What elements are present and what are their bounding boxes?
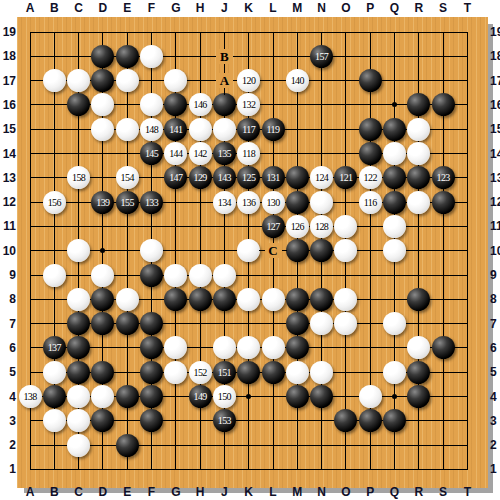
stone-move-150-J4[interactable]: 150 [213,385,236,408]
stone-white-E8[interactable] [116,288,139,311]
stone-white-J15[interactable] [213,118,236,141]
col-label-top-L: L [264,1,282,15]
stone-black-Q15[interactable] [383,118,406,141]
row-label-left-16: 16 [0,98,16,112]
stone-move-128-N11[interactable]: 128 [310,215,333,238]
stone-black-F5[interactable] [140,361,163,384]
grid-line-h [30,445,468,446]
col-label-bottom-T: T [458,485,476,499]
col-label-top-G: G [167,1,185,15]
col-label-top-S: S [434,1,452,15]
row-label-left-18: 18 [0,49,16,63]
stone-white-K8[interactable] [237,288,260,311]
variation-dash [259,250,264,251]
variation-dash [224,90,225,95]
mark-A-J17[interactable]: A [216,73,233,88]
col-label-top-B: B [45,1,63,15]
stone-white-R12[interactable] [407,191,430,214]
col-label-bottom-F: F [143,485,161,499]
stone-black-Q12[interactable] [383,191,406,214]
stone-black-P14[interactable] [359,142,382,165]
stone-white-P4[interactable] [359,385,382,408]
row-label-right-14: 14 [490,147,500,161]
stone-move-139-D12[interactable]: 139 [91,191,114,214]
stone-move-152-H5[interactable]: 152 [189,361,212,384]
stone-move-148-F15[interactable]: 148 [140,118,163,141]
stone-black-E18[interactable] [116,45,139,68]
stone-move-129-H13[interactable]: 129 [189,166,212,189]
stone-black-G8[interactable] [164,288,187,311]
col-label-bottom-G: G [167,485,185,499]
stone-black-H8[interactable] [189,288,212,311]
stone-white-C8[interactable] [67,288,90,311]
go-diagram-page: AABBCCDDEEFFGGHHJJKKLLMMNNOOPPQQRRSSTT19… [0,0,500,500]
stone-move-131-L13[interactable]: 131 [262,166,285,189]
row-label-right-17: 17 [490,74,500,88]
row-label-right-6: 6 [490,341,500,355]
row-label-right-15: 15 [490,122,500,136]
stone-move-126-M11[interactable]: 126 [286,215,309,238]
stone-black-S6[interactable] [432,336,455,359]
stone-white-J9[interactable] [213,264,236,287]
row-label-left-7: 7 [0,317,16,331]
stone-black-L5[interactable] [262,361,285,384]
stone-black-S16[interactable] [432,93,455,116]
row-label-left-17: 17 [0,74,16,88]
stone-white-L8[interactable] [262,288,285,311]
row-label-left-5: 5 [0,365,16,379]
col-label-bottom-B: B [45,485,63,499]
stone-move-135-J14[interactable]: 135 [213,142,236,165]
stone-black-C5[interactable] [67,361,90,384]
stone-white-Q14[interactable] [383,142,406,165]
stone-white-B9[interactable] [43,264,66,287]
stone-white-Q7[interactable] [383,312,406,335]
stone-black-N4[interactable] [310,385,333,408]
stone-black-J8[interactable] [213,288,236,311]
stone-black-F4[interactable] [140,385,163,408]
stone-black-M12[interactable] [286,191,309,214]
stone-black-P3[interactable] [359,409,382,432]
stone-black-F9[interactable] [140,264,163,287]
stone-move-155-E12[interactable]: 155 [116,191,139,214]
stone-black-S12[interactable] [432,191,455,214]
stone-white-D9[interactable] [91,264,114,287]
variation-dash [282,250,287,251]
row-label-right-12: 12 [490,195,500,209]
col-label-bottom-S: S [434,485,452,499]
stone-black-P17[interactable] [359,69,382,92]
row-label-right-13: 13 [490,171,500,185]
col-label-bottom-K: K [240,485,258,499]
stone-black-M10[interactable] [286,239,309,262]
row-label-right-10: 10 [490,244,500,258]
row-label-left-15: 15 [0,122,16,136]
row-label-left-2: 2 [0,438,16,452]
row-label-right-8: 8 [490,292,500,306]
stone-move-123-S13[interactable]: 123 [432,166,455,189]
stone-white-B3[interactable] [43,409,66,432]
row-label-right-11: 11 [490,219,500,233]
col-label-top-H: H [191,1,209,15]
stone-white-B17[interactable] [43,69,66,92]
col-label-bottom-D: D [94,485,112,499]
col-label-bottom-H: H [191,485,209,499]
col-label-bottom-A: A [21,485,39,499]
stone-black-D5[interactable] [91,361,114,384]
row-label-left-14: 14 [0,147,16,161]
stone-white-H9[interactable] [189,264,212,287]
col-label-top-A: A [21,1,39,15]
stone-white-D15[interactable] [91,118,114,141]
row-label-right-5: 5 [490,365,500,379]
stone-white-Q11[interactable] [383,215,406,238]
stone-black-K5[interactable] [237,361,260,384]
stone-white-H15[interactable] [189,118,212,141]
row-label-left-10: 10 [0,244,16,258]
row-label-right-4: 4 [490,390,500,404]
col-label-bottom-N: N [313,485,331,499]
col-label-bottom-Q: Q [386,485,404,499]
stone-white-C2[interactable] [67,434,90,457]
col-label-top-Q: Q [386,1,404,15]
row-label-right-7: 7 [490,317,500,331]
stone-move-119-L15[interactable]: 119 [262,118,285,141]
row-label-left-8: 8 [0,292,16,306]
row-label-right-1: 1 [490,462,500,476]
col-label-top-D: D [94,1,112,15]
stone-move-157-N18[interactable]: 157 [310,45,333,68]
col-label-top-O: O [337,1,355,15]
grid-line-v [467,32,468,470]
stone-black-E4[interactable] [116,385,139,408]
stone-white-F18[interactable] [140,45,163,68]
stone-white-G5[interactable] [164,361,187,384]
col-label-top-E: E [118,1,136,15]
col-label-top-J: J [215,1,233,15]
col-label-top-N: N [313,1,331,15]
stone-black-E2[interactable] [116,434,139,457]
row-label-left-11: 11 [0,219,16,233]
stone-black-P15[interactable] [359,118,382,141]
col-label-top-T: T [458,1,476,15]
stone-black-E7[interactable] [116,312,139,335]
stone-black-M8[interactable] [286,288,309,311]
stone-black-R5[interactable] [407,361,430,384]
col-label-top-P: P [361,1,379,15]
col-label-top-K: K [240,1,258,15]
row-label-left-6: 6 [0,341,16,355]
stone-move-134-J12[interactable]: 134 [213,191,236,214]
col-label-bottom-O: O [337,485,355,499]
stone-white-L6[interactable] [262,336,285,359]
stone-move-146-H16[interactable]: 146 [189,93,212,116]
col-label-bottom-P: P [361,485,379,499]
col-label-bottom-M: M [288,485,306,499]
row-label-left-3: 3 [0,414,16,428]
row-label-right-18: 18 [490,49,500,63]
stone-black-R8[interactable] [407,288,430,311]
stone-black-M7[interactable] [286,312,309,335]
stone-move-145-F14[interactable]: 145 [140,142,163,165]
stone-white-R15[interactable] [407,118,430,141]
row-label-left-1: 1 [0,462,16,476]
col-label-bottom-J: J [215,485,233,499]
stone-move-149-H4[interactable]: 149 [189,385,212,408]
col-label-bottom-R: R [410,485,428,499]
stone-white-E17[interactable] [116,69,139,92]
row-label-left-9: 9 [0,268,16,282]
stone-move-151-J5[interactable]: 151 [213,361,236,384]
col-label-top-F: F [143,1,161,15]
star-point [392,394,397,399]
col-label-bottom-C: C [70,485,88,499]
stone-white-B5[interactable] [43,361,66,384]
row-label-left-13: 13 [0,171,16,185]
col-label-bottom-E: E [118,485,136,499]
row-label-left-4: 4 [0,390,16,404]
stone-move-154-E13[interactable]: 154 [116,166,139,189]
stone-black-N8[interactable] [310,288,333,311]
stone-move-127-L11[interactable]: 127 [262,215,285,238]
stone-move-122-P13[interactable]: 122 [359,166,382,189]
stone-black-F7[interactable] [140,312,163,335]
stone-move-156-B12[interactable]: 156 [43,191,66,214]
stone-move-117-K15[interactable]: 117 [237,118,260,141]
row-label-left-12: 12 [0,195,16,209]
stone-white-M5[interactable] [286,361,309,384]
stone-white-E15[interactable] [116,118,139,141]
stone-white-N12[interactable] [310,191,333,214]
stone-black-B4[interactable] [43,385,66,408]
col-label-top-R: R [410,1,428,15]
stone-move-140-M17[interactable]: 140 [286,69,309,92]
stone-white-Q5[interactable] [383,361,406,384]
stone-move-141-G15[interactable]: 141 [164,118,187,141]
col-label-top-C: C [70,1,88,15]
stone-black-M13[interactable] [286,166,309,189]
stone-white-C4[interactable] [67,385,90,408]
mark-C-L10[interactable]: C [265,243,282,258]
col-label-top-M: M [288,1,306,15]
stone-move-133-F12[interactable]: 133 [140,191,163,214]
grid-line-h [30,469,468,470]
row-label-left-19: 19 [0,25,16,39]
stone-move-138-A4[interactable]: 138 [19,385,42,408]
stone-move-116-P12[interactable]: 116 [359,191,382,214]
row-label-right-3: 3 [490,414,500,428]
row-label-right-9: 9 [490,268,500,282]
stone-move-142-H14[interactable]: 142 [189,142,212,165]
variation-dash [224,65,225,70]
stone-move-136-K12[interactable]: 136 [237,191,260,214]
row-label-right-16: 16 [490,98,500,112]
grid-line-h [30,32,468,33]
col-label-bottom-L: L [264,485,282,499]
mark-B-J18[interactable]: B [216,49,233,64]
row-label-right-19: 19 [490,25,500,39]
row-label-right-2: 2 [490,438,500,452]
stone-white-G9[interactable] [164,264,187,287]
stone-black-M4[interactable] [286,385,309,408]
stone-move-130-L12[interactable]: 130 [262,191,285,214]
stone-white-N5[interactable] [310,361,333,384]
